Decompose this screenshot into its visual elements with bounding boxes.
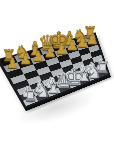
- piece-gold-pawn-a2[interactable]: ♟: [6, 56, 19, 70]
- piece-gold-pawn-h2[interactable]: ♟: [86, 32, 99, 46]
- piece-gold-pawn-c2[interactable]: ♟: [32, 48, 45, 62]
- piece-silver-rook-h8[interactable]: ♜: [96, 60, 110, 76]
- product-photo: ♜♞♝♛♚♝♞♜♟♟♟♟♟♟♟♟♟♟♟♟♟♟♟♟♜♞♝♛♚♝♞♜: [0, 0, 114, 144]
- piece-gold-pawn-b2[interactable]: ♟: [19, 52, 32, 66]
